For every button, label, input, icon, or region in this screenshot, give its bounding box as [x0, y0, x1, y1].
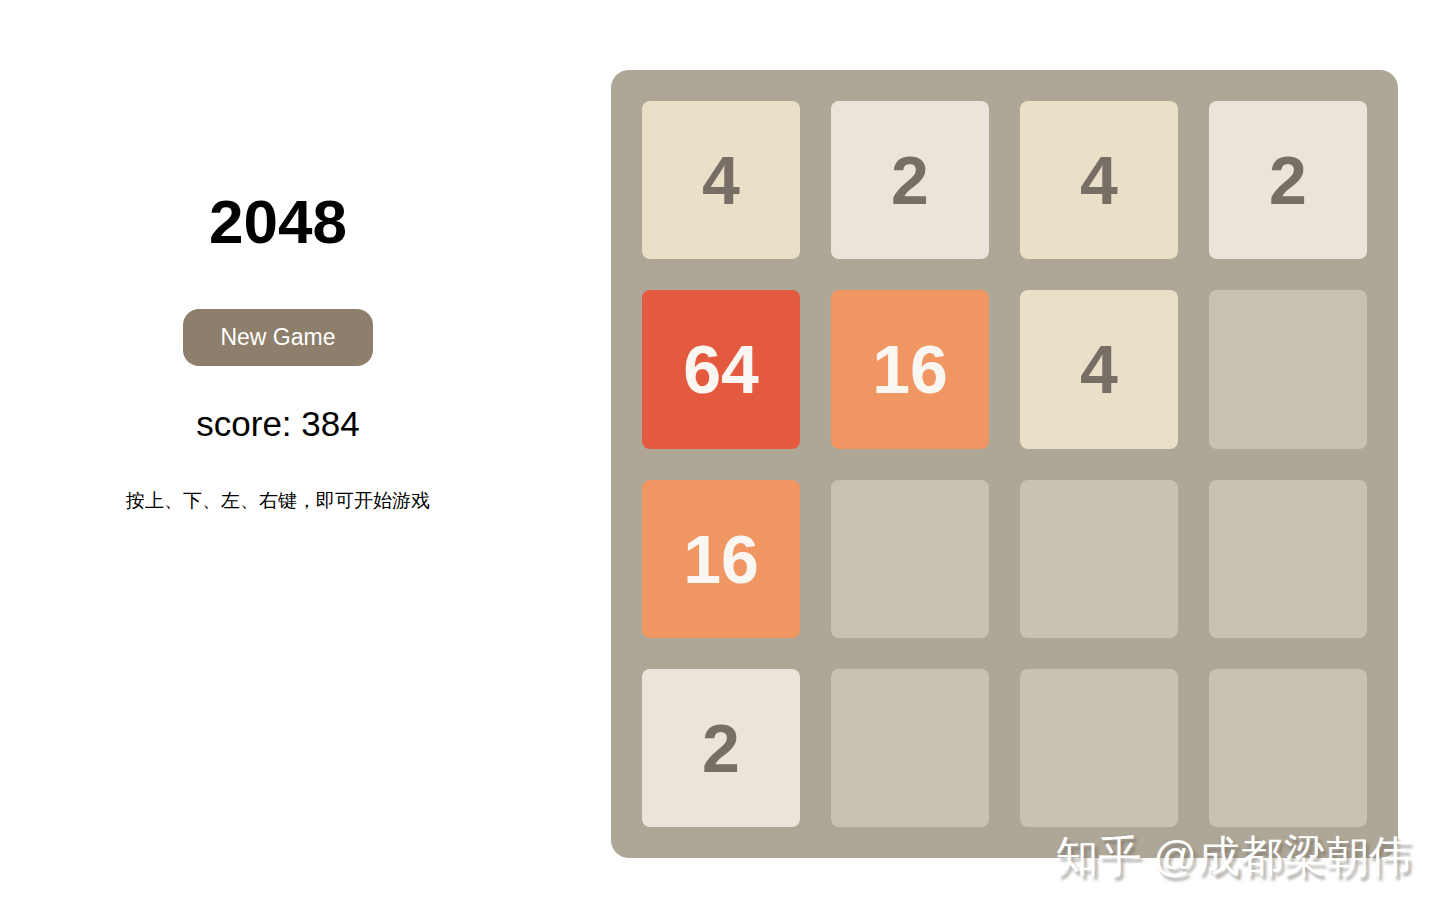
tile-2: 2 [831, 101, 989, 259]
tile-4: 4 [1020, 101, 1178, 259]
empty-cell [1209, 290, 1367, 448]
tile-2: 2 [1209, 101, 1367, 259]
page-title: 2048 [209, 186, 347, 257]
instructions-text: 按上、下、左、右键，即可开始游戏 [126, 488, 430, 514]
tile-4: 4 [1020, 290, 1178, 448]
empty-cell [831, 669, 989, 827]
left-panel: 2048 New Game score: 384 按上、下、左、右键，即可开始游… [0, 0, 556, 914]
empty-cell [831, 480, 989, 638]
tile-2: 2 [642, 669, 800, 827]
empty-cell [1209, 480, 1367, 638]
board: 424264164162 [611, 70, 1398, 858]
new-game-button[interactable]: New Game [183, 309, 373, 366]
empty-cell [1209, 669, 1367, 827]
tile-4: 4 [642, 101, 800, 259]
score-text: score: 384 [196, 404, 359, 444]
tile-16: 16 [642, 480, 800, 638]
empty-cell [1020, 669, 1178, 827]
tile-16: 16 [831, 290, 989, 448]
tile-64: 64 [642, 290, 800, 448]
watermark: 知乎 @成都梁朝伟 [1055, 828, 1412, 886]
empty-cell [1020, 480, 1178, 638]
